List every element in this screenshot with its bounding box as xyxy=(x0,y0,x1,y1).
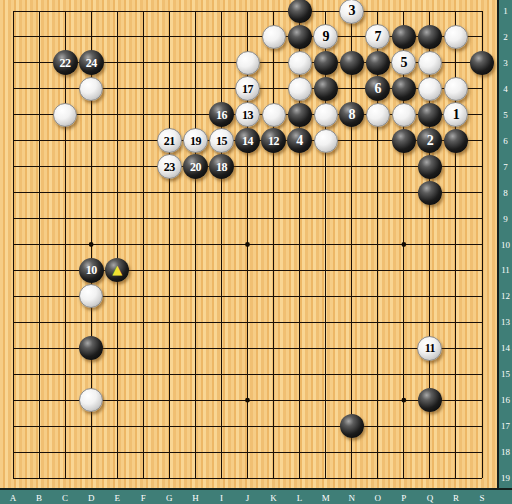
stone-l5-black xyxy=(288,103,312,127)
row-label-12: 12 xyxy=(499,290,512,302)
move-number-label: 4 xyxy=(296,134,303,148)
stone-m5-white xyxy=(314,103,338,127)
move-number-label: 17 xyxy=(242,83,253,95)
stone-k2-white xyxy=(262,25,286,49)
stone-c5-white xyxy=(53,103,77,127)
move-number-label: 23 xyxy=(164,161,175,173)
move-number-label: 24 xyxy=(86,57,97,69)
column-label-n: N xyxy=(344,492,360,504)
move-number-label: 20 xyxy=(190,161,201,173)
row-label-19: 19 xyxy=(499,472,512,484)
column-label-g: G xyxy=(161,492,177,504)
row-label-16: 16 xyxy=(499,394,512,406)
move-number-label: 10 xyxy=(86,264,97,276)
move-number-label: 5 xyxy=(401,56,408,70)
triangle-marker-icon: ▲ xyxy=(112,263,122,276)
stone-j4-white: 17 xyxy=(235,76,260,101)
stone-m6-white xyxy=(314,129,338,153)
column-label-r: R xyxy=(448,492,464,504)
column-label-q: Q xyxy=(422,492,438,504)
column-label-h: H xyxy=(187,492,203,504)
column-label-s: S xyxy=(474,492,490,504)
row-label-6: 6 xyxy=(499,135,512,147)
column-label-b: B xyxy=(31,492,47,504)
row-label-strip: 12345678910111213141516171819 xyxy=(497,0,512,488)
stone-r4-white xyxy=(444,77,468,101)
stone-l3-white xyxy=(288,51,312,75)
stone-j3-white xyxy=(236,51,260,75)
stone-q3-white xyxy=(418,51,442,75)
row-label-14: 14 xyxy=(499,342,512,354)
move-number-label: 2 xyxy=(427,134,434,148)
stone-q4-white xyxy=(418,77,442,101)
row-label-9: 9 xyxy=(499,213,512,225)
row-label-5: 5 xyxy=(499,109,512,121)
stone-q6-black: 2 xyxy=(417,128,442,153)
stone-h7-black: 20 xyxy=(183,154,208,179)
move-number-label: 19 xyxy=(190,135,201,147)
stone-n1-white: 3 xyxy=(339,0,364,24)
column-label-l: L xyxy=(292,492,308,504)
stone-q5-black xyxy=(418,103,442,127)
stone-g6-white: 21 xyxy=(157,128,182,153)
move-number-label: 12 xyxy=(268,135,279,147)
stone-d12-white xyxy=(79,284,103,308)
row-label-13: 13 xyxy=(499,316,512,328)
stone-h6-white: 19 xyxy=(183,128,208,153)
stone-p6-black xyxy=(392,129,416,153)
column-label-i: I xyxy=(213,492,229,504)
move-number-label: 11 xyxy=(425,342,435,354)
column-label-k: K xyxy=(266,492,282,504)
column-label-e: E xyxy=(109,492,125,504)
stone-k5-white xyxy=(262,103,286,127)
move-number-label: 6 xyxy=(375,82,382,96)
stone-i7-black: 18 xyxy=(209,154,234,179)
stone-c3-black: 22 xyxy=(53,50,78,75)
row-label-18: 18 xyxy=(499,446,512,458)
stone-m4-black xyxy=(314,77,338,101)
stone-r6-black xyxy=(444,129,468,153)
stone-m3-black xyxy=(314,51,338,75)
stone-q14-white: 11 xyxy=(417,336,442,361)
move-number-label: 13 xyxy=(242,109,253,121)
row-label-7: 7 xyxy=(499,161,512,173)
column-label-o: O xyxy=(370,492,386,504)
move-number-label: 3 xyxy=(348,4,355,18)
move-number-label: 18 xyxy=(216,161,227,173)
move-number-label: 7 xyxy=(375,30,382,44)
row-label-2: 2 xyxy=(499,31,512,43)
row-label-11: 11 xyxy=(499,264,512,276)
stone-q2-black xyxy=(418,25,442,49)
stone-q8-black xyxy=(418,181,442,205)
column-label-strip: ABCDEFGHIJKLMNOPQRS xyxy=(0,488,512,504)
stone-g7-white: 23 xyxy=(157,154,182,179)
stone-r5-white: 1 xyxy=(443,102,468,127)
stone-q7-black xyxy=(418,155,442,179)
move-number-label: 9 xyxy=(322,30,329,44)
move-number-label: 22 xyxy=(60,57,71,69)
column-label-p: P xyxy=(396,492,412,504)
stone-s3-black xyxy=(470,51,494,75)
move-number-label: 14 xyxy=(242,135,253,147)
goban-wood[interactable]: 3972224517616138121191514124223201810▲11 xyxy=(0,0,497,488)
stone-j6-black: 14 xyxy=(235,128,260,153)
move-number-label: 16 xyxy=(216,109,227,121)
row-label-10: 10 xyxy=(499,239,512,251)
stone-p5-white xyxy=(392,103,416,127)
column-label-j: J xyxy=(240,492,256,504)
stones-layer: 3972224517616138121191514124223201810▲11 xyxy=(0,0,497,488)
stone-e11-black: ▲ xyxy=(105,258,129,282)
stone-d14-black xyxy=(79,336,103,360)
row-label-15: 15 xyxy=(499,368,512,380)
stone-l4-white xyxy=(288,77,312,101)
stone-p3-white: 5 xyxy=(391,50,416,75)
column-label-m: M xyxy=(318,492,334,504)
row-label-3: 3 xyxy=(499,57,512,69)
stone-o3-black xyxy=(366,51,390,75)
stone-i6-white: 15 xyxy=(209,128,234,153)
stone-m2-white: 9 xyxy=(313,24,338,49)
stone-k6-black: 12 xyxy=(261,128,286,153)
move-number-label: 15 xyxy=(216,135,227,147)
stone-l6-black: 4 xyxy=(287,128,312,153)
column-label-d: D xyxy=(83,492,99,504)
column-label-f: F xyxy=(135,492,151,504)
stone-n3-black xyxy=(340,51,364,75)
stone-o2-white: 7 xyxy=(365,24,390,49)
column-label-c: C xyxy=(57,492,73,504)
move-number-label: 1 xyxy=(453,108,460,122)
row-label-4: 4 xyxy=(499,83,512,95)
stone-l1-black xyxy=(288,0,312,23)
stone-o4-black: 6 xyxy=(365,76,390,101)
stone-l2-black xyxy=(288,25,312,49)
move-number-label: 21 xyxy=(164,135,175,147)
stone-n17-black xyxy=(340,414,364,438)
stone-p4-black xyxy=(392,77,416,101)
go-diagram: 3972224517616138121191514124223201810▲11… xyxy=(0,0,512,504)
move-number-label: 8 xyxy=(348,108,355,122)
stone-d3-black: 24 xyxy=(79,50,104,75)
stone-q16-black xyxy=(418,388,442,412)
stone-n5-black: 8 xyxy=(339,102,364,127)
stone-d11-black: 10 xyxy=(79,258,104,283)
stone-d16-white xyxy=(79,388,103,412)
stone-o5-white xyxy=(366,103,390,127)
row-label-17: 17 xyxy=(499,420,512,432)
stone-i5-black: 16 xyxy=(209,102,234,127)
row-label-8: 8 xyxy=(499,187,512,199)
column-label-a: A xyxy=(5,492,21,504)
stone-d4-white xyxy=(79,77,103,101)
row-label-1: 1 xyxy=(499,5,512,17)
stone-p2-black xyxy=(392,25,416,49)
stone-r2-white xyxy=(444,25,468,49)
stone-j5-white: 13 xyxy=(235,102,260,127)
